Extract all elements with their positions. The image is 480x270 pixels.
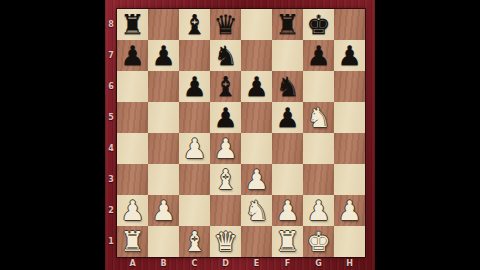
square-b2[interactable]: ♟ — [148, 195, 179, 226]
square-c7[interactable] — [179, 40, 210, 71]
square-f5[interactable]: ♟ — [272, 102, 303, 133]
square-a7[interactable]: ♟ — [117, 40, 148, 71]
square-c3[interactable] — [179, 164, 210, 195]
square-f3[interactable] — [272, 164, 303, 195]
black-pawn[interactable]: ♟ — [275, 102, 299, 133]
square-d3[interactable]: ♝ — [210, 164, 241, 195]
square-e3[interactable]: ♟ — [241, 164, 272, 195]
black-bishop[interactable]: ♝ — [182, 9, 206, 40]
black-pawn[interactable]: ♟ — [213, 102, 237, 133]
square-c2[interactable] — [179, 195, 210, 226]
square-a3[interactable] — [117, 164, 148, 195]
white-pawn[interactable]: ♟ — [151, 195, 175, 226]
rank-label-2: 2 — [105, 195, 117, 226]
square-g4[interactable] — [303, 133, 334, 164]
square-b1[interactable] — [148, 226, 179, 257]
file-label-a: A — [117, 257, 148, 270]
square-f6[interactable]: ♞ — [272, 71, 303, 102]
square-e2[interactable]: ♞ — [241, 195, 272, 226]
white-pawn[interactable]: ♟ — [182, 133, 206, 164]
square-e8[interactable] — [241, 9, 272, 40]
square-b7[interactable]: ♟ — [148, 40, 179, 71]
file-labels: ABCDEFGH — [117, 257, 365, 270]
square-g8[interactable]: ♚ — [303, 9, 334, 40]
rank-label-8: 8 — [105, 9, 117, 40]
square-a1[interactable]: ♜ — [117, 226, 148, 257]
white-king[interactable]: ♚ — [306, 226, 330, 257]
square-h7[interactable]: ♟ — [334, 40, 365, 71]
square-g7[interactable]: ♟ — [303, 40, 334, 71]
white-pawn[interactable]: ♟ — [337, 195, 361, 226]
square-e6[interactable]: ♟ — [241, 71, 272, 102]
square-h5[interactable] — [334, 102, 365, 133]
square-h3[interactable] — [334, 164, 365, 195]
square-f2[interactable]: ♟ — [272, 195, 303, 226]
square-b6[interactable] — [148, 71, 179, 102]
file-label-c: C — [179, 257, 210, 270]
square-a8[interactable]: ♜ — [117, 9, 148, 40]
square-h4[interactable] — [334, 133, 365, 164]
square-f7[interactable] — [272, 40, 303, 71]
file-label-h: H — [334, 257, 365, 270]
square-h6[interactable] — [334, 71, 365, 102]
square-d2[interactable] — [210, 195, 241, 226]
square-b3[interactable] — [148, 164, 179, 195]
file-label-f: F — [272, 257, 303, 270]
left-black-bar — [0, 0, 105, 270]
white-rook[interactable]: ♜ — [275, 226, 299, 257]
rank-label-3: 3 — [105, 164, 117, 195]
black-pawn[interactable]: ♟ — [306, 40, 330, 71]
square-h2[interactable]: ♟ — [334, 195, 365, 226]
square-g5[interactable]: ♞ — [303, 102, 334, 133]
square-c8[interactable]: ♝ — [179, 9, 210, 40]
square-c5[interactable] — [179, 102, 210, 133]
square-a5[interactable] — [117, 102, 148, 133]
square-d7[interactable]: ♞ — [210, 40, 241, 71]
white-bishop[interactable]: ♝ — [213, 164, 237, 195]
square-a2[interactable]: ♟ — [117, 195, 148, 226]
square-d8[interactable]: ♛ — [210, 9, 241, 40]
right-black-bar — [375, 0, 480, 270]
black-pawn[interactable]: ♟ — [120, 40, 144, 71]
black-king[interactable]: ♚ — [306, 9, 330, 40]
black-pawn[interactable]: ♟ — [244, 71, 268, 102]
square-g6[interactable] — [303, 71, 334, 102]
file-label-b: B — [148, 257, 179, 270]
square-b4[interactable] — [148, 133, 179, 164]
rank-label-5: 5 — [105, 102, 117, 133]
square-g3[interactable] — [303, 164, 334, 195]
file-label-e: E — [241, 257, 272, 270]
rank-label-4: 4 — [105, 133, 117, 164]
black-rook[interactable]: ♜ — [275, 9, 299, 40]
white-pawn[interactable]: ♟ — [244, 164, 268, 195]
square-d5[interactable]: ♟ — [210, 102, 241, 133]
square-f8[interactable]: ♜ — [272, 9, 303, 40]
square-e5[interactable] — [241, 102, 272, 133]
square-e4[interactable] — [241, 133, 272, 164]
square-g2[interactable]: ♟ — [303, 195, 334, 226]
black-pawn[interactable]: ♟ — [182, 71, 206, 102]
square-g1[interactable]: ♚ — [303, 226, 334, 257]
square-h8[interactable] — [334, 9, 365, 40]
black-bishop[interactable]: ♝ — [213, 71, 237, 102]
square-f1[interactable]: ♜ — [272, 226, 303, 257]
square-c1[interactable]: ♝ — [179, 226, 210, 257]
black-pawn[interactable]: ♟ — [151, 40, 175, 71]
white-pawn[interactable]: ♟ — [306, 195, 330, 226]
black-knight[interactable]: ♞ — [275, 71, 299, 102]
square-d1[interactable]: ♛ — [210, 226, 241, 257]
white-pawn[interactable]: ♟ — [213, 133, 237, 164]
white-knight[interactable]: ♞ — [306, 102, 330, 133]
white-pawn[interactable]: ♟ — [275, 195, 299, 226]
black-queen[interactable]: ♛ — [213, 9, 237, 40]
black-knight[interactable]: ♞ — [213, 40, 237, 71]
file-label-d: D — [210, 257, 241, 270]
square-h1[interactable] — [334, 226, 365, 257]
square-b8[interactable] — [148, 9, 179, 40]
square-e1[interactable] — [241, 226, 272, 257]
video-frame: 87654321 ♜♝♛♜♚♟♟♞♟♟♟♝♟♞♟♟♞♟♟♝♟♟♟♞♟♟♟♜♝♛♜… — [0, 0, 480, 270]
board-squares: ♜♝♛♜♚♟♟♞♟♟♟♝♟♞♟♟♞♟♟♝♟♟♟♞♟♟♟♜♝♛♜♚ — [117, 9, 365, 257]
black-rook[interactable]: ♜ — [120, 9, 144, 40]
file-label-g: G — [303, 257, 334, 270]
square-f4[interactable] — [272, 133, 303, 164]
square-a4[interactable] — [117, 133, 148, 164]
square-e7[interactable] — [241, 40, 272, 71]
rank-label-7: 7 — [105, 40, 117, 71]
square-d4[interactable]: ♟ — [210, 133, 241, 164]
square-b5[interactable] — [148, 102, 179, 133]
square-c4[interactable]: ♟ — [179, 133, 210, 164]
white-bishop[interactable]: ♝ — [182, 226, 206, 257]
rank-label-6: 6 — [105, 71, 117, 102]
rank-labels: 87654321 — [105, 9, 117, 257]
white-rook[interactable]: ♜ — [120, 226, 144, 257]
chess-board: 87654321 ♜♝♛♜♚♟♟♞♟♟♟♝♟♞♟♟♞♟♟♝♟♟♟♞♟♟♟♜♝♛♜… — [105, 0, 375, 270]
square-a6[interactable] — [117, 71, 148, 102]
white-queen[interactable]: ♛ — [213, 226, 237, 257]
black-pawn[interactable]: ♟ — [337, 40, 361, 71]
white-knight[interactable]: ♞ — [244, 195, 268, 226]
rank-label-1: 1 — [105, 226, 117, 257]
white-pawn[interactable]: ♟ — [120, 195, 144, 226]
square-c6[interactable]: ♟ — [179, 71, 210, 102]
square-d6[interactable]: ♝ — [210, 71, 241, 102]
